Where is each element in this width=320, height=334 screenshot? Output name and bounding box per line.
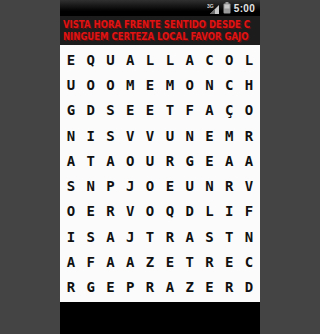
grid-cell-r5c4[interactable]: O	[120, 148, 140, 173]
grid-cell-r5c2[interactable]: T	[81, 148, 101, 173]
battery-icon	[223, 2, 231, 14]
grid-cell-r2c2[interactable]: O	[81, 72, 101, 97]
grid-cell-r5c3[interactable]: A	[101, 148, 121, 173]
grid-cell-r2c7[interactable]: O	[180, 72, 200, 97]
grid-cell-r7c9[interactable]: I	[219, 199, 239, 224]
grid-cell-r9c8[interactable]: R	[200, 249, 220, 274]
grid-cell-r9c3[interactable]: A	[101, 249, 121, 274]
grid-cell-r4c2[interactable]: I	[81, 123, 101, 148]
bottom-bar	[60, 302, 260, 334]
grid-cell-r1c1[interactable]: E	[61, 47, 81, 72]
grid-cell-r8c3[interactable]: A	[101, 224, 121, 249]
grid-cell-r6c9[interactable]: R	[219, 173, 239, 198]
grid-cell-r5c10[interactable]: A	[239, 148, 259, 173]
grid-cell-r6c3[interactable]: P	[101, 173, 121, 198]
grid-cell-r8c8[interactable]: S	[200, 224, 220, 249]
grid-cell-r6c2[interactable]: N	[81, 173, 101, 198]
grid-cell-r1c7[interactable]: A	[180, 47, 200, 72]
grid-cell-r3c8[interactable]: A	[200, 98, 220, 123]
grid-cell-r10c7[interactable]: Z	[180, 275, 200, 300]
grid-cell-r9c9[interactable]: E	[219, 249, 239, 274]
grid-cell-r9c7[interactable]: T	[180, 249, 200, 274]
grid-cell-r10c9[interactable]: R	[219, 275, 239, 300]
grid-cell-r5c9[interactable]: A	[219, 148, 239, 173]
grid-cell-r6c4[interactable]: J	[120, 173, 140, 198]
grid-cell-r3c4[interactable]: E	[120, 98, 140, 123]
grid-cell-r10c2[interactable]: G	[81, 275, 101, 300]
grid-cell-r9c1[interactable]: A	[61, 249, 81, 274]
word-list-line-1: VISTA HORA FRENTE SENTIDO DESDE C	[63, 19, 230, 31]
grid-cell-r9c10[interactable]: C	[239, 249, 259, 274]
grid-cell-r10c1[interactable]: R	[61, 275, 81, 300]
grid-cell-r4c5[interactable]: V	[140, 123, 160, 148]
grid-cell-r2c6[interactable]: M	[160, 72, 180, 97]
grid-cell-r2c4[interactable]: M	[120, 72, 140, 97]
grid-cell-r3c9[interactable]: Ç	[219, 98, 239, 123]
grid-cell-r5c7[interactable]: G	[180, 148, 200, 173]
grid-cell-r4c9[interactable]: M	[219, 123, 239, 148]
grid-cell-r1c3[interactable]: U	[101, 47, 121, 72]
grid-cell-r7c7[interactable]: D	[180, 199, 200, 224]
grid-cell-r9c5[interactable]: Z	[140, 249, 160, 274]
grid-cell-r6c7[interactable]: U	[180, 173, 200, 198]
grid-cell-r5c1[interactable]: A	[61, 148, 81, 173]
grid-cell-r10c6[interactable]: A	[160, 275, 180, 300]
word-search-app: 3G 5:00 VISTA HORA FRENTE SENTIDO DESDE …	[60, 0, 260, 334]
grid-cell-r8c7[interactable]: A	[180, 224, 200, 249]
grid-cell-r3c6[interactable]: T	[160, 98, 180, 123]
grid-cell-r4c7[interactable]: N	[180, 123, 200, 148]
grid-cell-r5c8[interactable]: E	[200, 148, 220, 173]
letter-grid[interactable]: EQUALLACOLUOOMEMONCHGDSEETFAÇONISVVUNEMR…	[60, 45, 260, 302]
grid-cell-r2c8[interactable]: N	[200, 72, 220, 97]
grid-cell-r6c6[interactable]: E	[160, 173, 180, 198]
grid-cell-r3c1[interactable]: G	[61, 98, 81, 123]
grid-cell-r7c10[interactable]: F	[239, 199, 259, 224]
grid-cell-r4c10[interactable]: R	[239, 123, 259, 148]
grid-cell-r6c10[interactable]: V	[239, 173, 259, 198]
grid-cell-r9c2[interactable]: F	[81, 249, 101, 274]
grid-cell-r3c10[interactable]: O	[239, 98, 259, 123]
grid-cell-r3c2[interactable]: D	[81, 98, 101, 123]
grid-cell-r4c4[interactable]: V	[120, 123, 140, 148]
grid-cell-r1c6[interactable]: L	[160, 47, 180, 72]
grid-cell-r3c3[interactable]: S	[101, 98, 121, 123]
grid-cell-r10c3[interactable]: E	[101, 275, 121, 300]
grid-cell-r5c5[interactable]: U	[140, 148, 160, 173]
grid-cell-r1c2[interactable]: Q	[81, 47, 101, 72]
grid-cell-r8c4[interactable]: J	[120, 224, 140, 249]
grid-cell-r8c2[interactable]: S	[81, 224, 101, 249]
grid-cell-r4c1[interactable]: N	[61, 123, 81, 148]
grid-cell-r1c5[interactable]: L	[140, 47, 160, 72]
grid-cell-r8c9[interactable]: T	[219, 224, 239, 249]
svg-text:3G: 3G	[207, 3, 214, 9]
grid-cell-r4c8[interactable]: E	[200, 123, 220, 148]
grid-cell-r1c8[interactable]: C	[200, 47, 220, 72]
grid-cell-r1c9[interactable]: O	[219, 47, 239, 72]
grid-cell-r7c1[interactable]: O	[61, 199, 81, 224]
grid-cell-r6c5[interactable]: O	[140, 173, 160, 198]
clock: 5:00	[234, 3, 255, 14]
grid-cell-r2c9[interactable]: C	[219, 72, 239, 97]
grid-cell-r10c10[interactable]: D	[239, 275, 259, 300]
grid-cell-r9c6[interactable]: E	[160, 249, 180, 274]
status-bar: 3G 5:00	[60, 0, 260, 16]
grid-cell-r8c1[interactable]: I	[61, 224, 81, 249]
grid-cell-r8c10[interactable]: N	[239, 224, 259, 249]
grid-cell-r6c1[interactable]: S	[61, 173, 81, 198]
grid-cell-r8c6[interactable]: R	[160, 224, 180, 249]
grid-cell-r7c2[interactable]: E	[81, 199, 101, 224]
signal-3g-icon: 3G	[207, 3, 220, 14]
grid-cell-r2c10[interactable]: H	[239, 72, 259, 97]
grid-cell-r5c6[interactable]: R	[160, 148, 180, 173]
grid-cell-r7c6[interactable]: Q	[160, 199, 180, 224]
grid-cell-r1c4[interactable]: A	[120, 47, 140, 72]
grid-cell-r4c3[interactable]: S	[101, 123, 121, 148]
grid-cell-r2c5[interactable]: E	[140, 72, 160, 97]
grid-cell-r10c5[interactable]: R	[140, 275, 160, 300]
grid-cell-r3c7[interactable]: F	[180, 98, 200, 123]
grid-cell-r2c3[interactable]: O	[101, 72, 121, 97]
grid-cell-r7c3[interactable]: R	[101, 199, 121, 224]
grid-cell-r9c4[interactable]: A	[120, 249, 140, 274]
grid-cell-r4c6[interactable]: U	[160, 123, 180, 148]
word-list-header: VISTA HORA FRENTE SENTIDO DESDE C NINGUE…	[60, 16, 260, 45]
grid-cell-r10c8[interactable]: E	[200, 275, 220, 300]
grid-cell-r8c5[interactable]: T	[140, 224, 160, 249]
grid-cell-r7c8[interactable]: L	[200, 199, 220, 224]
grid-cell-r3c5[interactable]: E	[140, 98, 160, 123]
grid-cell-r10c4[interactable]: P	[120, 275, 140, 300]
grid-cell-r7c4[interactable]: V	[120, 199, 140, 224]
grid-cell-r7c5[interactable]: O	[140, 199, 160, 224]
grid-cell-r1c10[interactable]: L	[239, 47, 259, 72]
word-list-line-2: NINGUEM CERTEZA LOCAL FAVOR GAJO	[63, 31, 230, 43]
grid-cell-r6c8[interactable]: N	[200, 173, 220, 198]
grid-cell-r2c1[interactable]: U	[61, 72, 81, 97]
